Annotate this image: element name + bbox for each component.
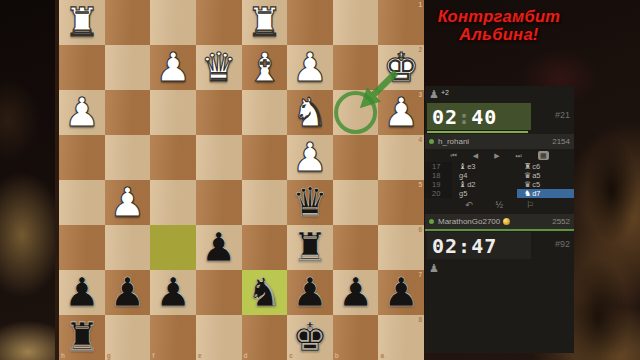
go-first-icon[interactable]: ⏮	[450, 151, 456, 160]
online-dot	[429, 139, 434, 144]
screenshot-stage: ♜♜1♟♛♝♟♚2♟♞♟3♟4♟♛5♟♜6♟♟♟♞♟♟♟7♜hgfed♚cb8a…	[0, 0, 640, 360]
move-white-18[interactable]: g4	[452, 171, 517, 180]
square-g3[interactable]	[105, 90, 151, 135]
square-g8[interactable]: g	[105, 315, 151, 360]
square-b8[interactable]: b	[333, 315, 379, 360]
square-d5[interactable]	[242, 180, 288, 225]
square-f4[interactable]	[150, 135, 196, 180]
go-last-icon[interactable]: ⏭	[516, 151, 522, 160]
black-knight-d7: ♞	[242, 270, 288, 315]
white-pawn-h3: ♟	[59, 90, 105, 135]
square-a6[interactable]: 6	[378, 225, 424, 270]
square-f1[interactable]	[150, 0, 196, 45]
rank-badge-top: #21	[555, 110, 570, 120]
chess-board: ♜♜1♟♛♝♟♚2♟♞♟3♟4♟♛5♟♜6♟♟♟♞♟♟♟7♜hgfed♚cb8a	[55, 0, 424, 360]
file-label-h: h	[61, 352, 65, 359]
white-queen-e2: ♛	[196, 45, 242, 90]
file-label-g: g	[107, 352, 111, 359]
square-d3[interactable]	[242, 90, 288, 135]
file-label-a: a	[380, 352, 384, 359]
file-label-c: c	[289, 352, 293, 359]
move-list: 17♝e3♜c618g4♛a519♝d2♛c520g5♞d7	[425, 162, 574, 198]
online-dot	[429, 219, 434, 224]
material-indicator-bottom: ♟	[429, 262, 439, 275]
square-d8[interactable]: d	[242, 315, 288, 360]
square-a1[interactable]: 1	[378, 0, 424, 45]
player-row-top[interactable]: h_rohani 2154	[425, 134, 574, 149]
square-h8[interactable]: ♜h	[59, 315, 105, 360]
rank-label-8: 8	[418, 316, 422, 323]
white-rook-h1: ♜	[59, 0, 105, 45]
player-rating-top: 2154	[552, 137, 570, 146]
square-f3[interactable]	[150, 90, 196, 135]
rank-label-5: 5	[418, 181, 422, 188]
rank-badge-bottom: #92	[555, 239, 570, 249]
video-title: Контргамбит Альбина!	[426, 7, 572, 43]
move-black-19[interactable]: ♛c5	[517, 180, 574, 189]
clock-top-progress-bar	[427, 131, 528, 134]
rank-label-2: 2	[418, 46, 422, 53]
rank-label-7: 7	[418, 271, 422, 278]
material-advantage: +2	[441, 89, 449, 96]
square-h3[interactable]: ♟	[59, 90, 105, 135]
square-e1[interactable]	[196, 0, 242, 45]
white-bishop-d2: ♝	[242, 45, 288, 90]
clock-top-min: 02	[432, 105, 458, 129]
black-rook-h8: ♜	[59, 315, 105, 360]
square-f5[interactable]	[150, 180, 196, 225]
white-rook-d1: ♜	[242, 0, 288, 45]
square-g7[interactable]: ♟	[105, 270, 151, 315]
square-g6[interactable]	[105, 225, 151, 270]
square-c8[interactable]: ♚c	[287, 315, 333, 360]
square-e4[interactable]	[196, 135, 242, 180]
file-label-d: d	[244, 352, 248, 359]
player-row-bottom[interactable]: MarathonGo2700 2552	[425, 214, 574, 229]
player-rating-bottom: 2552	[552, 217, 570, 226]
square-c2[interactable]: ♟	[287, 45, 333, 90]
white-pawn-c4: ♟	[287, 135, 333, 180]
clock-bottom: 02:47	[427, 232, 531, 259]
game-panel: ♟ +2 02:40 #21 h_rohani 2154 ⏮◀▶⏭▦ 17♝e3…	[425, 86, 574, 353]
square-b3[interactable]	[333, 90, 379, 135]
gold-medal-icon	[503, 218, 510, 225]
rank-label-6: 6	[418, 226, 422, 233]
square-h1[interactable]: ♜	[59, 0, 105, 45]
go-previous-icon[interactable]: ◀	[473, 151, 478, 160]
square-a7[interactable]: ♟7	[378, 270, 424, 315]
square-h6[interactable]	[59, 225, 105, 270]
move-number: 20	[425, 189, 452, 198]
square-b7[interactable]: ♟	[333, 270, 379, 315]
black-pawn-g7: ♟	[105, 270, 151, 315]
square-b5[interactable]	[333, 180, 379, 225]
move-row-18: 18g4♛a5	[425, 171, 574, 180]
black-pawn-c7: ♟	[287, 270, 333, 315]
square-d6[interactable]	[242, 225, 288, 270]
captured-pawn-icon: ♟	[429, 89, 439, 101]
captured-pawn-icon: ♟	[429, 263, 439, 275]
square-b4[interactable]	[333, 135, 379, 180]
black-queen-c5: ♛	[287, 180, 333, 225]
square-d4[interactable]	[242, 135, 288, 180]
move-number: 17	[425, 162, 452, 171]
move-number: 18	[425, 171, 452, 180]
black-pawn-e6: ♟	[196, 225, 242, 270]
square-a4[interactable]: 4	[378, 135, 424, 180]
square-e5[interactable]	[196, 180, 242, 225]
white-pawn-a3: ♟	[378, 90, 424, 135]
square-b6[interactable]	[333, 225, 379, 270]
material-indicator-top: ♟ +2	[429, 88, 449, 101]
square-h5[interactable]	[59, 180, 105, 225]
square-f6[interactable]	[150, 225, 196, 270]
white-king-a2: ♚	[378, 45, 424, 90]
square-e2[interactable]: ♛	[196, 45, 242, 90]
rank-label-4: 4	[418, 136, 422, 143]
clock-bottom-colon: :	[458, 234, 471, 258]
square-c6[interactable]: ♜	[287, 225, 333, 270]
clock-top-colon: :	[458, 105, 471, 129]
square-g4[interactable]	[105, 135, 151, 180]
black-rook-c6: ♜	[287, 225, 333, 270]
file-label-b: b	[335, 352, 339, 359]
square-g2[interactable]	[105, 45, 151, 90]
move-white-20[interactable]: g5	[452, 189, 517, 198]
square-f2[interactable]: ♟	[150, 45, 196, 90]
square-c4[interactable]: ♟	[287, 135, 333, 180]
file-label-e: e	[198, 352, 202, 359]
file-label-f: f	[152, 352, 154, 359]
player-name-top[interactable]: h_rohani	[438, 137, 469, 146]
square-c5[interactable]: ♛	[287, 180, 333, 225]
square-h2[interactable]	[59, 45, 105, 90]
white-knight-c3: ♞	[287, 90, 333, 135]
square-c7[interactable]: ♟	[287, 270, 333, 315]
move-white-19[interactable]: ♝d2	[452, 180, 517, 189]
go-next-icon[interactable]: ▶	[494, 151, 499, 160]
white-pawn-f2: ♟	[150, 45, 196, 90]
square-c1[interactable]	[287, 0, 333, 45]
square-d1[interactable]: ♜	[242, 0, 288, 45]
square-b2[interactable]	[333, 45, 379, 90]
move-row-19: 19♝d2♛c5	[425, 180, 574, 189]
move-white-17[interactable]: ♝e3	[452, 162, 517, 171]
square-a3[interactable]: ♟3	[378, 90, 424, 135]
move-number: 19	[425, 180, 452, 189]
square-g1[interactable]	[105, 0, 151, 45]
clock-bottom-progress-bar	[425, 229, 574, 231]
move-black-18[interactable]: ♛a5	[517, 171, 574, 180]
square-a8[interactable]: 8a	[378, 315, 424, 360]
move-row-17: 17♝e3♜c6	[425, 162, 574, 171]
square-c3[interactable]: ♞	[287, 90, 333, 135]
square-h4[interactable]	[59, 135, 105, 180]
offer-draw-icon[interactable]: ½	[495, 200, 503, 210]
analysis-board-icon[interactable]: ▦	[538, 151, 549, 160]
black-pawn-a7: ♟	[378, 270, 424, 315]
resign-flag-icon[interactable]: ⚐	[526, 200, 534, 210]
move-row-20: 20g5♞d7	[425, 189, 574, 198]
white-pawn-c2: ♟	[287, 45, 333, 90]
square-f7[interactable]: ♟	[150, 270, 196, 315]
white-pawn-g5: ♟	[105, 180, 151, 225]
rank-label-1: 1	[418, 1, 422, 8]
square-h7[interactable]: ♟	[59, 270, 105, 315]
black-pawn-h7: ♟	[59, 270, 105, 315]
clock-top: 02:40	[427, 103, 531, 130]
square-g5[interactable]: ♟	[105, 180, 151, 225]
square-a2[interactable]: ♚2	[378, 45, 424, 90]
square-d2[interactable]: ♝	[242, 45, 288, 90]
rank-label-3: 3	[418, 91, 422, 98]
square-a5[interactable]: 5	[378, 180, 424, 225]
clock-bottom-sec: 47	[471, 234, 497, 258]
move-black-20[interactable]: ♞d7	[517, 189, 574, 198]
black-pawn-b7: ♟	[333, 270, 379, 315]
square-e7[interactable]	[196, 270, 242, 315]
square-e3[interactable]	[196, 90, 242, 135]
video-title-line2: Альбина!	[426, 25, 572, 43]
game-actions-bar: ↶½⚐	[425, 198, 574, 212]
takeback-icon[interactable]: ↶	[465, 200, 473, 210]
square-e8[interactable]: e	[196, 315, 242, 360]
square-e6[interactable]: ♟	[196, 225, 242, 270]
clock-bottom-min: 02	[432, 234, 458, 258]
black-pawn-f7: ♟	[150, 270, 196, 315]
square-b1[interactable]	[333, 0, 379, 45]
clock-top-sec: 40	[471, 105, 497, 129]
square-d7[interactable]: ♞	[242, 270, 288, 315]
square-f8[interactable]: f	[150, 315, 196, 360]
black-king-c8: ♚	[287, 315, 333, 360]
move-black-17[interactable]: ♜c6	[517, 162, 574, 171]
move-nav-bar: ⏮◀▶⏭▦	[425, 149, 574, 162]
player-name-bottom[interactable]: MarathonGo2700	[438, 217, 500, 226]
video-title-line1: Контргамбит	[426, 7, 572, 25]
